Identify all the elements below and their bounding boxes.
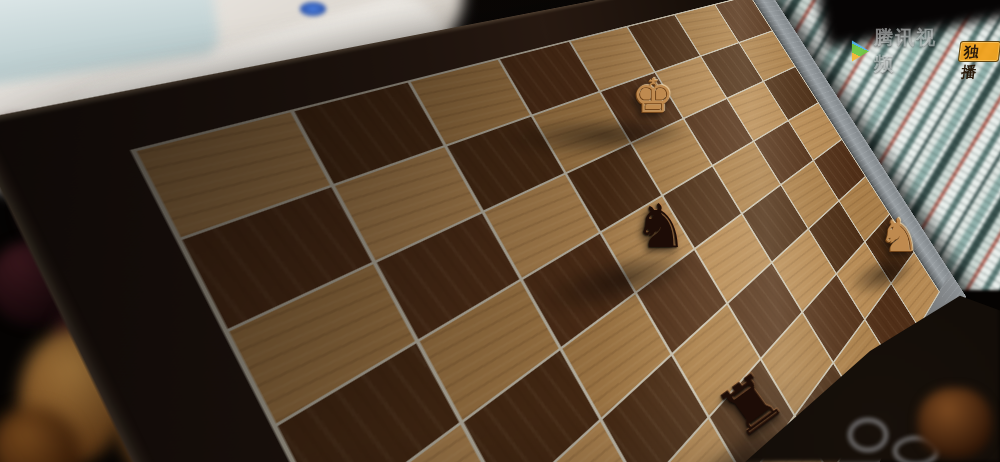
watermark-text: 腾讯视频 xyxy=(874,25,955,77)
blue-bead xyxy=(300,2,326,16)
wooden-piece-blob xyxy=(918,388,992,458)
piece-white-king-e7[interactable]: ♚ xyxy=(628,71,677,120)
tencent-video-logo-icon xyxy=(849,40,870,62)
glasses-rim xyxy=(848,418,888,452)
scene: ♚♞♞♜ 腾讯视频 独播 xyxy=(0,0,1000,462)
watermark: 腾讯视频 独播 xyxy=(849,25,1000,77)
watermark-badge: 独播 xyxy=(958,41,1000,62)
piece-black-knight-d5[interactable]: ♞ xyxy=(629,195,692,258)
piece-white-knight-h2[interactable]: ♞ xyxy=(875,212,923,260)
